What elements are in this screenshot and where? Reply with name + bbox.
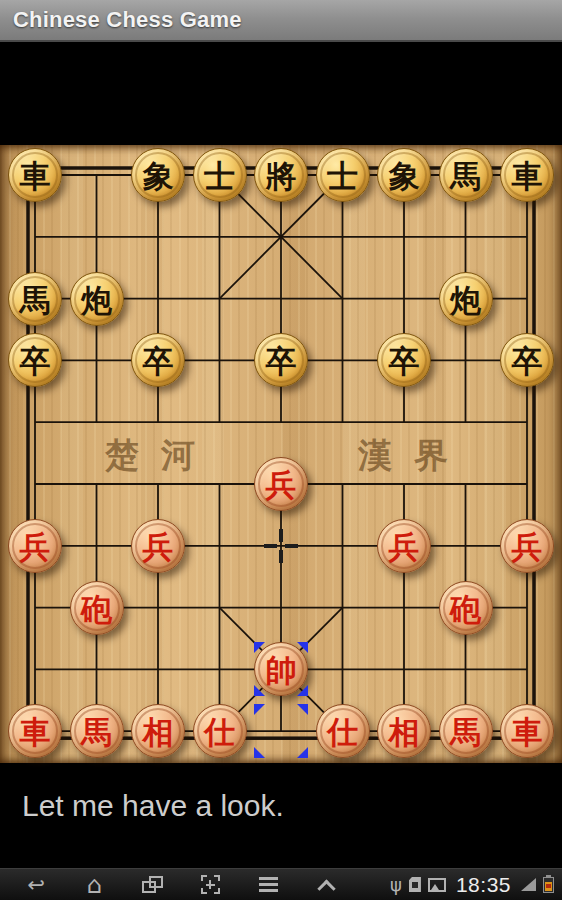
back-icon[interactable]: ↩ — [24, 873, 48, 897]
piece-red-soldier[interactable]: 兵 — [254, 457, 308, 511]
piece-red-elephant[interactable]: 相 — [131, 704, 185, 758]
signal-strength-icon — [521, 878, 536, 891]
move-highlight-brackets — [254, 704, 308, 758]
piece-red-elephant[interactable]: 相 — [377, 704, 431, 758]
battery-icon — [543, 877, 554, 893]
river-label-left: 楚河 — [105, 433, 217, 479]
piece-red-advisor[interactable]: 仕 — [316, 704, 370, 758]
piece-black-chariot[interactable]: 車 — [500, 148, 554, 202]
piece-red-soldier[interactable]: 兵 — [8, 519, 62, 573]
piece-black-horse[interactable]: 馬 — [8, 272, 62, 326]
xiangqi-board[interactable]: 楚河 漢界 車象士將士象馬車馬炮炮卒卒卒卒卒兵兵兵兵兵砲砲帥車馬相仕仕相馬車 — [0, 145, 562, 763]
piece-black-chariot[interactable]: 車 — [8, 148, 62, 202]
piece-red-cannon[interactable]: 砲 — [439, 581, 493, 635]
gallery-icon — [428, 878, 446, 892]
piece-red-cannon[interactable]: 砲 — [70, 581, 124, 635]
piece-red-chariot[interactable]: 車 — [8, 704, 62, 758]
piece-red-horse[interactable]: 馬 — [439, 704, 493, 758]
piece-red-advisor[interactable]: 仕 — [193, 704, 247, 758]
recent-apps-icon[interactable] — [140, 873, 164, 897]
piece-black-advisor[interactable]: 士 — [316, 148, 370, 202]
usb-icon: ψ — [390, 873, 402, 897]
screen-capture-icon[interactable] — [198, 873, 222, 897]
piece-red-chariot[interactable]: 車 — [500, 704, 554, 758]
piece-black-elephant[interactable]: 象 — [377, 148, 431, 202]
piece-black-soldier[interactable]: 卒 — [254, 333, 308, 387]
app-title: Chinese Chess Game — [13, 7, 242, 33]
piece-black-soldier[interactable]: 卒 — [377, 333, 431, 387]
piece-black-cannon[interactable]: 炮 — [70, 272, 124, 326]
nav-buttons: ↩ ⌂ — [24, 873, 338, 897]
piece-black-soldier[interactable]: 卒 — [131, 333, 185, 387]
engine-message-area: Let me have a look. — [0, 763, 562, 868]
piece-black-horse[interactable]: 馬 — [439, 148, 493, 202]
piece-red-horse[interactable]: 馬 — [70, 704, 124, 758]
river-label-right: 漢界 — [358, 433, 470, 479]
hide-keyboard-icon[interactable] — [314, 873, 338, 897]
piece-red-soldier[interactable]: 兵 — [131, 519, 185, 573]
piece-red-soldier[interactable]: 兵 — [500, 519, 554, 573]
move-highlight-brackets — [254, 642, 308, 696]
title-bar: Chinese Chess Game — [0, 0, 562, 42]
engine-message: Let me have a look. — [0, 763, 562, 823]
piece-black-soldier[interactable]: 卒 — [500, 333, 554, 387]
piece-black-soldier[interactable]: 卒 — [8, 333, 62, 387]
screen: Chinese Chess Game 楚河 漢界 車象士將士象馬車馬炮炮卒卒卒卒… — [0, 0, 562, 900]
piece-black-advisor[interactable]: 士 — [193, 148, 247, 202]
home-icon[interactable]: ⌂ — [82, 873, 106, 897]
piece-black-general[interactable]: 將 — [254, 148, 308, 202]
piece-black-elephant[interactable]: 象 — [131, 148, 185, 202]
android-nav-bar: ↩ ⌂ ψ 18:35 — [0, 868, 562, 900]
last-move-crosshair-marker — [261, 526, 301, 566]
status-icons: ψ 18:35 — [390, 873, 554, 897]
piece-black-cannon[interactable]: 炮 — [439, 272, 493, 326]
sd-card-icon — [409, 877, 421, 892]
top-black-area — [0, 42, 562, 145]
menu-icon[interactable] — [256, 873, 280, 897]
piece-red-soldier[interactable]: 兵 — [377, 519, 431, 573]
clock: 18:35 — [456, 873, 511, 897]
